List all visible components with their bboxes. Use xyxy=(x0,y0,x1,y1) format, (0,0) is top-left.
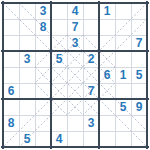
cell-r3c5[interactable]: 3 xyxy=(67,35,83,51)
cell-r8c2[interactable] xyxy=(19,115,35,131)
cell-r5c5[interactable] xyxy=(67,67,83,83)
cell-r3c8[interactable] xyxy=(115,35,131,51)
cell-r9c5[interactable] xyxy=(67,131,83,147)
cell-r4c2[interactable]: 3 xyxy=(19,51,35,67)
cell-r2c9[interactable] xyxy=(131,19,147,35)
cell-r5c6[interactable] xyxy=(83,67,99,83)
cell-r7c7[interactable] xyxy=(99,99,115,115)
cell-r7c8[interactable]: 5 xyxy=(115,99,131,115)
cell-r8c5[interactable] xyxy=(67,115,83,131)
cell-r6c2[interactable] xyxy=(19,83,35,99)
cell-r7c1[interactable] xyxy=(3,99,19,115)
cell-r2c3[interactable]: 8 xyxy=(35,19,51,35)
cell-r1c8[interactable] xyxy=(115,3,131,19)
cell-r1c1[interactable] xyxy=(3,3,19,19)
cell-r6c7[interactable] xyxy=(99,83,115,99)
cell-r6c8[interactable] xyxy=(115,83,131,99)
cell-r1c2[interactable] xyxy=(19,3,35,19)
cell-r5c9[interactable]: 5 xyxy=(131,67,147,83)
cell-r4c1[interactable] xyxy=(3,51,19,67)
cell-r8c7[interactable] xyxy=(99,115,115,131)
cell-r4c6[interactable]: 2 xyxy=(83,51,99,67)
cell-r3c2[interactable] xyxy=(19,35,35,51)
cell-r7c5[interactable] xyxy=(67,99,83,115)
cell-r7c9[interactable]: 9 xyxy=(131,99,147,115)
cell-r4c4[interactable]: 5 xyxy=(51,51,67,67)
cell-r9c1[interactable] xyxy=(3,131,19,147)
cell-r2c1[interactable] xyxy=(3,19,19,35)
cell-r9c3[interactable] xyxy=(35,131,51,147)
cell-r3c7[interactable] xyxy=(99,35,115,51)
cell-r5c3[interactable] xyxy=(35,67,51,83)
cell-r1c9[interactable] xyxy=(131,3,147,19)
cell-r7c6[interactable] xyxy=(83,99,99,115)
cell-r2c7[interactable] xyxy=(99,19,115,35)
cell-r9c6[interactable] xyxy=(83,131,99,147)
cell-r4c5[interactable] xyxy=(67,51,83,67)
cell-r6c4[interactable] xyxy=(51,83,67,99)
cell-r3c6[interactable] xyxy=(83,35,99,51)
cell-r2c6[interactable] xyxy=(83,19,99,35)
cell-r6c1[interactable]: 6 xyxy=(3,83,19,99)
cell-r6c5[interactable] xyxy=(67,83,83,99)
cell-r5c7[interactable]: 6 xyxy=(99,67,115,83)
cell-r6c6[interactable]: 7 xyxy=(83,83,99,99)
cell-r1c5[interactable]: 4 xyxy=(67,3,83,19)
cell-r7c3[interactable] xyxy=(35,99,51,115)
cell-r2c2[interactable] xyxy=(19,19,35,35)
cell-r3c3[interactable] xyxy=(35,35,51,51)
cell-r1c3[interactable]: 3 xyxy=(35,3,51,19)
cell-r4c8[interactable] xyxy=(115,51,131,67)
cell-r6c3[interactable] xyxy=(35,83,51,99)
cell-r9c8[interactable] xyxy=(115,131,131,147)
cell-r1c7[interactable]: 1 xyxy=(99,3,115,19)
cell-r7c4[interactable] xyxy=(51,99,67,115)
cell-r8c4[interactable] xyxy=(51,115,67,131)
cell-r1c4[interactable] xyxy=(51,3,67,19)
cell-r5c2[interactable] xyxy=(19,67,35,83)
cell-r8c3[interactable] xyxy=(35,115,51,131)
cell-r5c1[interactable] xyxy=(3,67,19,83)
sudoku-board: 341873735261567598354 xyxy=(0,0,150,150)
cell-r2c4[interactable] xyxy=(51,19,67,35)
cell-r9c7[interactable] xyxy=(99,131,115,147)
cell-r4c7[interactable] xyxy=(99,51,115,67)
cell-r3c1[interactable] xyxy=(3,35,19,51)
cell-r2c5[interactable]: 7 xyxy=(67,19,83,35)
cell-r2c8[interactable] xyxy=(115,19,131,35)
cell-r8c9[interactable] xyxy=(131,115,147,131)
cell-r9c4[interactable]: 4 xyxy=(51,131,67,147)
cell-r8c6[interactable]: 3 xyxy=(83,115,99,131)
cell-r4c3[interactable] xyxy=(35,51,51,67)
cell-r6c9[interactable] xyxy=(131,83,147,99)
cell-r3c9[interactable]: 7 xyxy=(131,35,147,51)
cell-r9c2[interactable]: 5 xyxy=(19,131,35,147)
cell-r9c9[interactable] xyxy=(131,131,147,147)
cell-r8c1[interactable]: 8 xyxy=(3,115,19,131)
cell-r1c6[interactable] xyxy=(83,3,99,19)
cell-r5c4[interactable] xyxy=(51,67,67,83)
cell-r4c9[interactable] xyxy=(131,51,147,67)
cell-r8c8[interactable] xyxy=(115,115,131,131)
cell-r7c2[interactable] xyxy=(19,99,35,115)
cell-r3c4[interactable] xyxy=(51,35,67,51)
cell-r5c8[interactable]: 1 xyxy=(115,67,131,83)
sudoku-grid: 341873735261567598354 xyxy=(3,3,147,147)
